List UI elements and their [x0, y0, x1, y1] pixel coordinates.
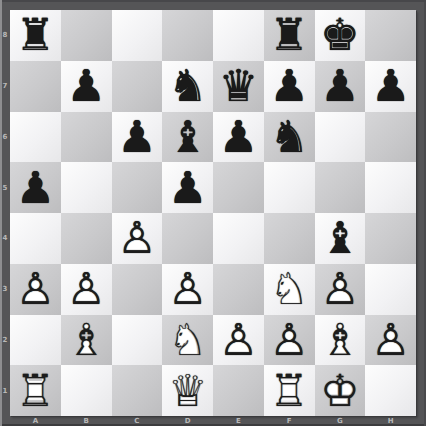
square-a2[interactable] — [10, 315, 61, 366]
square-c2[interactable] — [112, 315, 163, 366]
black-pawn-glyph: ♟ — [61, 61, 112, 112]
square-a3[interactable]: ♟♙ — [10, 264, 61, 315]
file-label-e: E — [213, 416, 264, 426]
piece-white-pawn: ♟♙ — [213, 315, 264, 366]
white-pawn-outline: ♙ — [162, 264, 213, 315]
file-labels: ABCDEFGH — [10, 416, 416, 426]
piece-white-pawn: ♟♙ — [112, 213, 163, 264]
black-bishop-glyph: ♝ — [162, 112, 213, 163]
square-b5[interactable] — [61, 162, 112, 213]
white-bishop-outline: ♗ — [315, 315, 366, 366]
square-d8[interactable] — [162, 10, 213, 61]
black-queen-glyph: ♛ — [213, 61, 264, 112]
piece-white-pawn: ♟♙ — [264, 315, 315, 366]
piece-black-pawn: ♟ — [264, 61, 315, 112]
white-knight-outline: ♘ — [162, 315, 213, 366]
black-pawn-glyph: ♟ — [112, 112, 163, 163]
rank-label-2: 2 — [0, 315, 10, 366]
square-b3[interactable]: ♟♙ — [61, 264, 112, 315]
white-pawn-outline: ♙ — [10, 264, 61, 315]
rank-label-8: 8 — [0, 10, 10, 61]
square-f7[interactable]: ♟ — [264, 61, 315, 112]
white-knight-outline: ♘ — [264, 264, 315, 315]
square-e5[interactable] — [213, 162, 264, 213]
square-b8[interactable] — [61, 10, 112, 61]
square-g6[interactable] — [315, 112, 366, 163]
square-a1[interactable]: ♜♖ — [10, 365, 61, 416]
piece-white-queen: ♛♕ — [162, 365, 213, 416]
square-e2[interactable]: ♟♙ — [213, 315, 264, 366]
square-a7[interactable] — [10, 61, 61, 112]
piece-black-knight: ♞ — [162, 61, 213, 112]
white-rook-outline: ♖ — [264, 365, 315, 416]
piece-white-rook: ♜♖ — [264, 365, 315, 416]
piece-white-pawn: ♟♙ — [315, 264, 366, 315]
piece-white-rook: ♜♖ — [10, 365, 61, 416]
square-h7[interactable]: ♟ — [365, 61, 416, 112]
black-bishop-glyph: ♝ — [315, 213, 366, 264]
piece-black-knight: ♞ — [264, 112, 315, 163]
square-h5[interactable] — [365, 162, 416, 213]
square-h3[interactable] — [365, 264, 416, 315]
square-g4[interactable]: ♝ — [315, 213, 366, 264]
square-h4[interactable] — [365, 213, 416, 264]
square-e8[interactable] — [213, 10, 264, 61]
black-rook-glyph: ♜ — [10, 10, 61, 61]
file-label-b: B — [61, 416, 112, 426]
square-c5[interactable] — [112, 162, 163, 213]
piece-white-knight: ♞♘ — [264, 264, 315, 315]
square-e1[interactable] — [213, 365, 264, 416]
square-d2[interactable]: ♞♘ — [162, 315, 213, 366]
black-king-glyph: ♚ — [315, 10, 366, 61]
square-b4[interactable] — [61, 213, 112, 264]
white-queen-outline: ♕ — [162, 365, 213, 416]
square-c8[interactable] — [112, 10, 163, 61]
piece-white-pawn: ♟♙ — [162, 264, 213, 315]
square-a5[interactable]: ♟ — [10, 162, 61, 213]
square-a8[interactable]: ♜ — [10, 10, 61, 61]
black-pawn-glyph: ♟ — [315, 61, 366, 112]
chess-board-frame: ♜♜♚♟♞♛♟♟♟♟♝♟♞♟♟♟♙♝♟♙♟♙♟♙♞♘♟♙♝♗♞♘♟♙♟♙♝♗♟♙… — [0, 0, 426, 426]
piece-white-pawn: ♟♙ — [61, 264, 112, 315]
piece-black-pawn: ♟ — [162, 162, 213, 213]
white-pawn-outline: ♙ — [61, 264, 112, 315]
file-label-c: C — [112, 416, 163, 426]
piece-white-bishop: ♝♗ — [61, 315, 112, 366]
square-g5[interactable] — [315, 162, 366, 213]
square-c6[interactable]: ♟ — [112, 112, 163, 163]
square-f5[interactable] — [264, 162, 315, 213]
white-pawn-outline: ♙ — [264, 315, 315, 366]
piece-white-pawn: ♟♙ — [10, 264, 61, 315]
square-f4[interactable] — [264, 213, 315, 264]
white-rook-outline: ♖ — [10, 365, 61, 416]
piece-black-pawn: ♟ — [61, 61, 112, 112]
square-d4[interactable] — [162, 213, 213, 264]
rank-label-5: 5 — [0, 162, 10, 213]
square-e7[interactable]: ♛ — [213, 61, 264, 112]
square-b6[interactable] — [61, 112, 112, 163]
square-b1[interactable] — [61, 365, 112, 416]
square-d1[interactable]: ♛♕ — [162, 365, 213, 416]
piece-black-king: ♚ — [315, 10, 366, 61]
white-pawn-outline: ♙ — [315, 264, 366, 315]
square-e4[interactable] — [213, 213, 264, 264]
piece-black-rook: ♜ — [264, 10, 315, 61]
white-pawn-outline: ♙ — [213, 315, 264, 366]
black-knight-glyph: ♞ — [264, 112, 315, 163]
square-f3[interactable]: ♞♘ — [264, 264, 315, 315]
file-label-g: G — [315, 416, 366, 426]
file-label-a: A — [10, 416, 61, 426]
piece-white-pawn: ♟♙ — [365, 315, 416, 366]
piece-black-bishop: ♝ — [162, 112, 213, 163]
square-g7[interactable]: ♟ — [315, 61, 366, 112]
square-a4[interactable] — [10, 213, 61, 264]
file-label-h: H — [365, 416, 416, 426]
black-pawn-glyph: ♟ — [162, 162, 213, 213]
piece-white-king: ♚♔ — [315, 365, 366, 416]
square-c4[interactable]: ♟♙ — [112, 213, 163, 264]
square-e3[interactable] — [213, 264, 264, 315]
square-d5[interactable]: ♟ — [162, 162, 213, 213]
piece-black-pawn: ♟ — [365, 61, 416, 112]
rank-label-4: 4 — [0, 213, 10, 264]
square-f8[interactable]: ♜ — [264, 10, 315, 61]
file-label-f: F — [264, 416, 315, 426]
square-b7[interactable]: ♟ — [61, 61, 112, 112]
square-e6[interactable]: ♟ — [213, 112, 264, 163]
piece-white-bishop: ♝♗ — [315, 315, 366, 366]
white-pawn-outline: ♙ — [112, 213, 163, 264]
file-label-d: D — [162, 416, 213, 426]
piece-white-knight: ♞♘ — [162, 315, 213, 366]
black-pawn-glyph: ♟ — [10, 162, 61, 213]
rank-label-6: 6 — [0, 112, 10, 163]
square-g2[interactable]: ♝♗ — [315, 315, 366, 366]
piece-black-rook: ♜ — [10, 10, 61, 61]
square-g3[interactable]: ♟♙ — [315, 264, 366, 315]
square-h2[interactable]: ♟♙ — [365, 315, 416, 366]
black-pawn-glyph: ♟ — [213, 112, 264, 163]
piece-black-pawn: ♟ — [213, 112, 264, 163]
square-d3[interactable]: ♟♙ — [162, 264, 213, 315]
rank-label-3: 3 — [0, 264, 10, 315]
white-king-outline: ♔ — [315, 365, 366, 416]
square-g1[interactable]: ♚♔ — [315, 365, 366, 416]
black-pawn-glyph: ♟ — [365, 61, 416, 112]
black-knight-glyph: ♞ — [162, 61, 213, 112]
square-h6[interactable] — [365, 112, 416, 163]
square-c7[interactable] — [112, 61, 163, 112]
black-rook-glyph: ♜ — [264, 10, 315, 61]
square-f2[interactable]: ♟♙ — [264, 315, 315, 366]
piece-black-bishop: ♝ — [315, 213, 366, 264]
square-c1[interactable] — [112, 365, 163, 416]
square-c3[interactable] — [112, 264, 163, 315]
square-h8[interactable] — [365, 10, 416, 61]
square-b2[interactable]: ♝♗ — [61, 315, 112, 366]
square-h1[interactable] — [365, 365, 416, 416]
square-g8[interactable]: ♚ — [315, 10, 366, 61]
piece-black-pawn: ♟ — [10, 162, 61, 213]
white-bishop-outline: ♗ — [61, 315, 112, 366]
rank-labels: 87654321 — [0, 10, 10, 416]
piece-black-pawn: ♟ — [315, 61, 366, 112]
black-pawn-glyph: ♟ — [264, 61, 315, 112]
piece-black-pawn: ♟ — [112, 112, 163, 163]
rank-label-7: 7 — [0, 61, 10, 112]
rank-label-1: 1 — [0, 365, 10, 416]
square-d7[interactable]: ♞ — [162, 61, 213, 112]
piece-black-queen: ♛ — [213, 61, 264, 112]
square-f6[interactable]: ♞ — [264, 112, 315, 163]
square-f1[interactable]: ♜♖ — [264, 365, 315, 416]
square-d6[interactable]: ♝ — [162, 112, 213, 163]
square-a6[interactable] — [10, 112, 61, 163]
white-pawn-outline: ♙ — [365, 315, 416, 366]
chess-board: ♜♜♚♟♞♛♟♟♟♟♝♟♞♟♟♟♙♝♟♙♟♙♟♙♞♘♟♙♝♗♞♘♟♙♟♙♝♗♟♙… — [10, 10, 416, 416]
